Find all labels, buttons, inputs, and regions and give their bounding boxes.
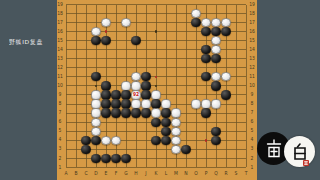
intersection-R8[interactable] [221,100,231,109]
intersection-H13[interactable] [131,54,141,63]
intersection-T8[interactable] [241,100,251,109]
intersection-F19[interactable] [111,0,121,9]
intersection-J11[interactable] [141,72,151,81]
intersection-R2[interactable] [221,154,231,163]
intersection-N17[interactable] [181,18,191,27]
intersection-A7[interactable] [61,109,71,118]
intersection-M7[interactable] [171,109,181,118]
intersection-P18[interactable] [201,9,211,18]
intersection-B4[interactable] [71,136,81,145]
intersection-F12[interactable] [111,63,121,72]
intersection-C15[interactable] [81,36,91,45]
intersection-G17[interactable] [121,18,131,27]
intersection-N15[interactable] [181,36,191,45]
intersection-D6[interactable] [91,118,101,127]
intersection-K13[interactable] [151,54,161,63]
intersection-E3[interactable] [101,145,111,154]
intersection-E7[interactable] [101,109,111,118]
intersection-S4[interactable] [231,136,241,145]
intersection-C14[interactable] [81,45,91,54]
intersection-P11[interactable] [201,72,211,81]
intersection-N14[interactable] [181,45,191,54]
intersection-O3[interactable] [191,145,201,154]
intersection-C6[interactable] [81,118,91,127]
intersection-J6[interactable] [141,118,151,127]
intersection-E2[interactable] [101,154,111,163]
intersection-C5[interactable] [81,127,91,136]
intersection-N4[interactable] [181,136,191,145]
intersection-O18[interactable] [191,9,201,18]
intersection-Q4[interactable] [211,136,221,145]
intersection-T4[interactable] [241,136,251,145]
intersection-O4[interactable] [191,136,201,145]
intersection-J9[interactable] [141,90,151,99]
intersection-R11[interactable] [221,72,231,81]
intersection-K16[interactable] [151,27,161,36]
intersection-F5[interactable] [111,127,121,136]
intersection-M19[interactable] [171,0,181,9]
intersection-C3[interactable] [81,145,91,154]
intersection-D10[interactable] [91,81,101,90]
intersection-S2[interactable] [231,154,241,163]
intersection-J14[interactable] [141,45,151,54]
intersection-K17[interactable] [151,18,161,27]
intersection-G7[interactable] [121,109,131,118]
intersection-C16[interactable] [81,27,91,36]
intersection-K18[interactable] [151,9,161,18]
intersection-T2[interactable] [241,154,251,163]
intersection-J4[interactable] [141,136,151,145]
intersection-R12[interactable] [221,63,231,72]
intersection-R10[interactable] [221,81,231,90]
intersection-S9[interactable] [231,90,241,99]
intersection-E5[interactable] [101,127,111,136]
intersection-H9[interactable]: 92 [131,90,141,99]
intersection-E9[interactable] [101,90,111,99]
intersection-E19[interactable] [101,0,111,9]
intersection-K4[interactable] [151,136,161,145]
intersection-H17[interactable] [131,18,141,27]
intersection-D8[interactable] [91,100,101,109]
intersection-N10[interactable] [181,81,191,90]
intersection-K10[interactable] [151,81,161,90]
intersection-B7[interactable] [71,109,81,118]
intersection-S3[interactable] [231,145,241,154]
intersection-N9[interactable] [181,90,191,99]
intersection-S10[interactable] [231,81,241,90]
intersection-F11[interactable] [111,72,121,81]
intersection-D2[interactable] [91,154,101,163]
intersection-L8[interactable] [161,100,171,109]
intersection-L12[interactable] [161,63,171,72]
intersection-S14[interactable] [231,45,241,54]
intersection-Q12[interactable] [211,63,221,72]
intersection-P9[interactable] [201,90,211,99]
intersection-K6[interactable] [151,118,161,127]
intersection-B14[interactable] [71,45,81,54]
intersection-L17[interactable] [161,18,171,27]
intersection-C9[interactable] [81,90,91,99]
intersection-T7[interactable] [241,109,251,118]
intersection-M10[interactable] [171,81,181,90]
intersection-F4[interactable] [111,136,121,145]
intersection-S18[interactable] [231,9,241,18]
intersection-N12[interactable] [181,63,191,72]
intersection-M5[interactable] [171,127,181,136]
intersection-L3[interactable] [161,145,171,154]
intersection-O19[interactable] [191,0,201,9]
intersection-E17[interactable] [101,18,111,27]
intersection-F14[interactable] [111,45,121,54]
intersection-K19[interactable] [151,0,161,9]
intersection-A2[interactable] [61,154,71,163]
intersection-J7[interactable] [141,109,151,118]
intersection-G8[interactable] [121,100,131,109]
intersection-M8[interactable] [171,100,181,109]
intersection-K7[interactable] [151,109,161,118]
intersection-H15[interactable] [131,36,141,45]
intersection-D7[interactable] [91,109,101,118]
intersection-H5[interactable] [131,127,141,136]
intersection-P15[interactable] [201,36,211,45]
intersection-N6[interactable] [181,118,191,127]
intersection-H7[interactable] [131,109,141,118]
intersection-P5[interactable] [201,127,211,136]
intersection-R3[interactable] [221,145,231,154]
intersection-R13[interactable] [221,54,231,63]
intersection-J3[interactable] [141,145,151,154]
intersection-A3[interactable] [61,145,71,154]
intersection-L11[interactable] [161,72,171,81]
intersection-B15[interactable] [71,36,81,45]
intersection-M18[interactable] [171,9,181,18]
intersection-B6[interactable] [71,118,81,127]
intersection-S11[interactable] [231,72,241,81]
intersection-L2[interactable] [161,154,171,163]
intersection-G19[interactable] [121,0,131,9]
intersection-H8[interactable] [131,100,141,109]
intersection-N13[interactable] [181,54,191,63]
intersection-G10[interactable] [121,81,131,90]
intersection-E16[interactable] [101,27,111,36]
intersection-N11[interactable] [181,72,191,81]
intersection-P4[interactable] [201,136,211,145]
intersection-K8[interactable] [151,100,161,109]
intersection-O9[interactable] [191,90,201,99]
intersection-J2[interactable] [141,154,151,163]
intersection-M13[interactable] [171,54,181,63]
intersection-D16[interactable] [91,27,101,36]
intersection-T5[interactable] [241,127,251,136]
intersection-Q8[interactable] [211,100,221,109]
intersection-S7[interactable] [231,109,241,118]
intersection-H6[interactable] [131,118,141,127]
intersection-M14[interactable] [171,45,181,54]
intersection-G18[interactable] [121,9,131,18]
intersection-R7[interactable] [221,109,231,118]
intersection-K3[interactable] [151,145,161,154]
intersection-H16[interactable] [131,27,141,36]
intersection-H18[interactable] [131,9,141,18]
intersection-Q11[interactable] [211,72,221,81]
intersection-O13[interactable] [191,54,201,63]
intersection-O5[interactable] [191,127,201,136]
intersection-Q15[interactable] [211,36,221,45]
intersection-Q6[interactable] [211,118,221,127]
intersection-A9[interactable] [61,90,71,99]
intersection-F15[interactable] [111,36,121,45]
intersection-L14[interactable] [161,45,171,54]
intersection-M4[interactable] [171,136,181,145]
intersection-N8[interactable] [181,100,191,109]
intersection-N16[interactable] [181,27,191,36]
intersection-G11[interactable] [121,72,131,81]
intersection-Q2[interactable] [211,154,221,163]
intersection-O12[interactable] [191,63,201,72]
intersection-B18[interactable] [71,9,81,18]
intersection-Q17[interactable] [211,18,221,27]
intersection-A5[interactable] [61,127,71,136]
intersection-B3[interactable] [71,145,81,154]
intersection-D17[interactable] [91,18,101,27]
intersection-K15[interactable] [151,36,161,45]
intersection-G16[interactable] [121,27,131,36]
intersection-F17[interactable] [111,18,121,27]
intersection-E10[interactable] [101,81,111,90]
intersection-L16[interactable] [161,27,171,36]
intersection-S17[interactable] [231,18,241,27]
intersection-E11[interactable] [101,72,111,81]
intersection-N7[interactable] [181,109,191,118]
intersection-S12[interactable] [231,63,241,72]
intersection-C19[interactable] [81,0,91,9]
intersection-B8[interactable] [71,100,81,109]
intersection-S19[interactable] [231,0,241,9]
intersection-P6[interactable] [201,118,211,127]
intersection-P2[interactable] [201,154,211,163]
intersection-F7[interactable] [111,109,121,118]
intersection-E14[interactable] [101,45,111,54]
intersection-O8[interactable] [191,100,201,109]
intersection-J18[interactable] [141,9,151,18]
intersection-P17[interactable] [201,18,211,27]
intersection-K5[interactable] [151,127,161,136]
intersection-J5[interactable] [141,127,151,136]
intersection-D3[interactable] [91,145,101,154]
intersection-G2[interactable] [121,154,131,163]
intersection-J8[interactable] [141,100,151,109]
intersection-J15[interactable] [141,36,151,45]
intersection-G3[interactable] [121,145,131,154]
intersection-S6[interactable] [231,118,241,127]
intersection-C2[interactable] [81,154,91,163]
intersection-O10[interactable] [191,81,201,90]
intersection-Q18[interactable] [211,9,221,18]
intersection-K9[interactable] [151,90,161,99]
intersection-D14[interactable] [91,45,101,54]
intersection-P19[interactable] [201,0,211,9]
intersection-P3[interactable] [201,145,211,154]
intersection-R5[interactable] [221,127,231,136]
intersection-R6[interactable] [221,118,231,127]
intersection-N19[interactable] [181,0,191,9]
intersection-H3[interactable] [131,145,141,154]
intersection-J10[interactable] [141,81,151,90]
intersection-L7[interactable] [161,109,171,118]
intersection-A4[interactable] [61,136,71,145]
intersection-H12[interactable] [131,63,141,72]
intersection-E12[interactable] [101,63,111,72]
intersection-A8[interactable] [61,100,71,109]
intersection-R15[interactable] [221,36,231,45]
intersection-F6[interactable] [111,118,121,127]
intersection-R4[interactable] [221,136,231,145]
intersection-E6[interactable] [101,118,111,127]
intersection-R14[interactable] [221,45,231,54]
intersection-G15[interactable] [121,36,131,45]
intersection-P7[interactable] [201,109,211,118]
intersection-P13[interactable] [201,54,211,63]
intersection-R17[interactable] [221,18,231,27]
intersection-J12[interactable] [141,63,151,72]
intersection-B13[interactable] [71,54,81,63]
intersection-L19[interactable] [161,0,171,9]
intersection-C8[interactable] [81,100,91,109]
intersection-L15[interactable] [161,36,171,45]
intersection-G4[interactable] [121,136,131,145]
intersection-L4[interactable] [161,136,171,145]
intersection-L5[interactable] [161,127,171,136]
intersection-N2[interactable] [181,154,191,163]
intersection-K14[interactable] [151,45,161,54]
intersection-M2[interactable] [171,154,181,163]
intersection-J13[interactable] [141,54,151,63]
intersection-F3[interactable] [111,145,121,154]
intersection-E18[interactable] [101,9,111,18]
intersection-S5[interactable] [231,127,241,136]
intersection-O16[interactable] [191,27,201,36]
intersection-D5[interactable] [91,127,101,136]
intersection-G13[interactable] [121,54,131,63]
intersection-R9[interactable] [221,90,231,99]
intersection-B17[interactable] [71,18,81,27]
intersection-C13[interactable] [81,54,91,63]
intersection-C18[interactable] [81,9,91,18]
intersection-Q13[interactable] [211,54,221,63]
intersection-C12[interactable] [81,63,91,72]
intersection-A6[interactable] [61,118,71,127]
intersection-Q16[interactable] [211,27,221,36]
intersection-O6[interactable] [191,118,201,127]
intersection-G12[interactable] [121,63,131,72]
intersection-T9[interactable] [241,90,251,99]
intersection-B2[interactable] [71,154,81,163]
intersection-F2[interactable] [111,154,121,163]
intersection-H4[interactable] [131,136,141,145]
intersection-E8[interactable] [101,100,111,109]
intersection-Q10[interactable] [211,81,221,90]
intersection-R16[interactable] [221,27,231,36]
intersection-D13[interactable] [91,54,101,63]
intersection-O7[interactable] [191,109,201,118]
intersection-B10[interactable] [71,81,81,90]
intersection-N5[interactable] [181,127,191,136]
intersection-F18[interactable] [111,9,121,18]
intersection-P8[interactable] [201,100,211,109]
intersection-B5[interactable] [71,127,81,136]
intersection-M16[interactable] [171,27,181,36]
intersection-G14[interactable] [121,45,131,54]
intersection-B11[interactable] [71,72,81,81]
intersection-Q19[interactable] [211,0,221,9]
intersection-L10[interactable] [161,81,171,90]
intersection-C17[interactable] [81,18,91,27]
intersection-H11[interactable] [131,72,141,81]
intersection-T6[interactable] [241,118,251,127]
intersection-C4[interactable] [81,136,91,145]
intersection-E4[interactable] [101,136,111,145]
intersection-J16[interactable] [141,27,151,36]
intersection-H2[interactable] [131,154,141,163]
intersection-D9[interactable] [91,90,101,99]
intersection-N3[interactable] [181,145,191,154]
intersection-N18[interactable] [181,9,191,18]
intersection-E13[interactable] [101,54,111,63]
intersection-H14[interactable] [131,45,141,54]
intersection-T3[interactable] [241,145,251,154]
intersection-M11[interactable] [171,72,181,81]
intersection-Q7[interactable] [211,109,221,118]
intersection-H10[interactable] [131,81,141,90]
intersection-F10[interactable] [111,81,121,90]
intersection-M3[interactable] [171,145,181,154]
intersection-P16[interactable] [201,27,211,36]
intersection-D4[interactable] [91,136,101,145]
intersection-Q9[interactable] [211,90,221,99]
intersection-M17[interactable] [171,18,181,27]
intersection-K12[interactable] [151,63,161,72]
intersection-Q3[interactable] [211,145,221,154]
intersection-F8[interactable] [111,100,121,109]
intersection-F13[interactable] [111,54,121,63]
intersection-G5[interactable] [121,127,131,136]
intersection-P14[interactable] [201,45,211,54]
intersection-H19[interactable] [131,0,141,9]
intersection-D15[interactable] [91,36,101,45]
intersection-O15[interactable] [191,36,201,45]
intersection-M15[interactable] [171,36,181,45]
intersection-S16[interactable] [231,27,241,36]
intersection-D18[interactable] [91,9,101,18]
intersection-L13[interactable] [161,54,171,63]
intersection-M12[interactable] [171,63,181,72]
intersection-O17[interactable] [191,18,201,27]
intersection-C7[interactable] [81,109,91,118]
intersection-D19[interactable] [91,0,101,9]
intersection-J17[interactable] [141,18,151,27]
intersection-O2[interactable] [191,154,201,163]
intersection-F9[interactable] [111,90,121,99]
intersection-E15[interactable] [101,36,111,45]
intersection-B12[interactable] [71,63,81,72]
intersection-P10[interactable] [201,81,211,90]
intersection-G9[interactable] [121,90,131,99]
intersection-B19[interactable] [71,0,81,9]
intersection-D11[interactable] [91,72,101,81]
intersection-B9[interactable] [71,90,81,99]
intersection-S15[interactable] [231,36,241,45]
intersection-K2[interactable] [151,154,161,163]
